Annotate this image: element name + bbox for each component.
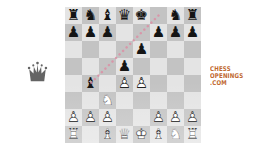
black-knight: ♞ <box>167 7 184 24</box>
white-king: ♚♔ <box>133 126 150 143</box>
white-rook: ♜♖ <box>65 126 82 143</box>
black-pawn: ♟ <box>99 24 116 41</box>
square-f2: ♟♙ <box>150 109 167 126</box>
square-f6 <box>150 41 167 58</box>
white-pawn: ♟♙ <box>65 109 82 126</box>
square-c5 <box>99 58 116 75</box>
black-king: ♚ <box>133 7 150 24</box>
square-e8: ♚ <box>133 7 150 24</box>
square-e5 <box>133 58 150 75</box>
square-a4 <box>65 75 82 92</box>
black-rook: ♜ <box>65 7 82 24</box>
white-knight: ♞♘ <box>167 126 184 143</box>
square-a1: ♜♖ <box>65 126 82 143</box>
square-d8: ♛ <box>116 7 133 24</box>
square-a3 <box>65 92 82 109</box>
square-d6 <box>116 41 133 58</box>
square-h3 <box>184 92 201 109</box>
square-c6 <box>99 41 116 58</box>
square-e6: ♟ <box>133 41 150 58</box>
chess-board: ♜♞♝♛♚♞♜♟♟♟♟♟♟♟♟♝♟♙♟♙♞♘♟♙♟♙♟♙♟♙♟♙♟♙♜♖♝♗♛♕… <box>65 7 201 143</box>
square-h6 <box>184 41 201 58</box>
square-g1: ♞♘ <box>167 126 184 143</box>
black-pawn: ♟ <box>65 24 82 41</box>
white-pawn: ♟♙ <box>184 109 201 126</box>
black-bishop: ♝ <box>99 7 116 24</box>
black-pawn: ♟ <box>184 24 201 41</box>
white-pawn: ♟♙ <box>133 75 150 92</box>
white-bishop: ♝♗ <box>99 126 116 143</box>
square-c2: ♟♙ <box>99 109 116 126</box>
white-pawn: ♟♙ <box>99 109 116 126</box>
square-b2: ♟♙ <box>82 109 99 126</box>
square-g2: ♟♙ <box>167 109 184 126</box>
chess-diagram: ♜♞♝♛♚♞♜♟♟♟♟♟♟♟♟♝♟♙♟♙♞♘♟♙♟♙♟♙♟♙♟♙♟♙♜♖♝♗♛♕… <box>0 0 266 150</box>
square-e4: ♟♙ <box>133 75 150 92</box>
black-knight: ♞ <box>82 7 99 24</box>
crown-icon <box>26 60 49 85</box>
square-f5 <box>150 58 167 75</box>
square-f1: ♝♗ <box>150 126 167 143</box>
white-pawn: ♟♙ <box>116 75 133 92</box>
square-g3 <box>167 92 184 109</box>
square-h7: ♟ <box>184 24 201 41</box>
square-f3 <box>150 92 167 109</box>
square-h5 <box>184 58 201 75</box>
square-h1: ♜♖ <box>184 126 201 143</box>
white-pawn: ♟♙ <box>82 109 99 126</box>
square-g4 <box>167 75 184 92</box>
square-a6 <box>65 41 82 58</box>
square-h4 <box>184 75 201 92</box>
square-c3: ♞♘ <box>99 92 116 109</box>
square-a8: ♜ <box>65 7 82 24</box>
square-f4 <box>150 75 167 92</box>
white-knight: ♞♘ <box>99 92 116 109</box>
black-pawn: ♟ <box>116 58 133 75</box>
square-b1 <box>82 126 99 143</box>
black-pawn: ♟ <box>150 24 167 41</box>
square-g6 <box>167 41 184 58</box>
black-pawn: ♟ <box>82 24 99 41</box>
square-h8: ♜ <box>184 7 201 24</box>
black-rook: ♜ <box>184 7 201 24</box>
black-pawn: ♟ <box>167 24 184 41</box>
square-b3 <box>82 92 99 109</box>
square-f7: ♟ <box>150 24 167 41</box>
square-g5 <box>167 58 184 75</box>
square-d4: ♟♙ <box>116 75 133 92</box>
square-a2: ♟♙ <box>65 109 82 126</box>
white-pawn: ♟♙ <box>167 109 184 126</box>
white-pawn: ♟♙ <box>150 109 167 126</box>
square-d7 <box>116 24 133 41</box>
square-a7: ♟ <box>65 24 82 41</box>
square-d2 <box>116 109 133 126</box>
square-c8: ♝ <box>99 7 116 24</box>
logo-line-3: .COM <box>210 80 243 87</box>
square-c4 <box>99 75 116 92</box>
square-g7: ♟ <box>167 24 184 41</box>
white-bishop: ♝♗ <box>150 126 167 143</box>
square-d5: ♟ <box>116 58 133 75</box>
square-c7: ♟ <box>99 24 116 41</box>
site-logo: CHESS OPENINGS .COM <box>210 66 243 87</box>
black-bishop: ♝ <box>82 75 99 92</box>
square-a5 <box>65 58 82 75</box>
square-b5 <box>82 58 99 75</box>
square-e3 <box>133 92 150 109</box>
black-queen: ♛ <box>116 7 133 24</box>
square-b8: ♞ <box>82 7 99 24</box>
square-e2 <box>133 109 150 126</box>
square-h2: ♟♙ <box>184 109 201 126</box>
square-e7 <box>133 24 150 41</box>
white-rook: ♜♖ <box>184 126 201 143</box>
square-g8: ♞ <box>167 7 184 24</box>
white-queen: ♛♕ <box>116 126 133 143</box>
square-b6 <box>82 41 99 58</box>
square-d3 <box>116 92 133 109</box>
square-e1: ♚♔ <box>133 126 150 143</box>
square-b4: ♝ <box>82 75 99 92</box>
square-c1: ♝♗ <box>99 126 116 143</box>
square-d1: ♛♕ <box>116 126 133 143</box>
square-b7: ♟ <box>82 24 99 41</box>
square-f8 <box>150 7 167 24</box>
black-pawn: ♟ <box>133 41 150 58</box>
